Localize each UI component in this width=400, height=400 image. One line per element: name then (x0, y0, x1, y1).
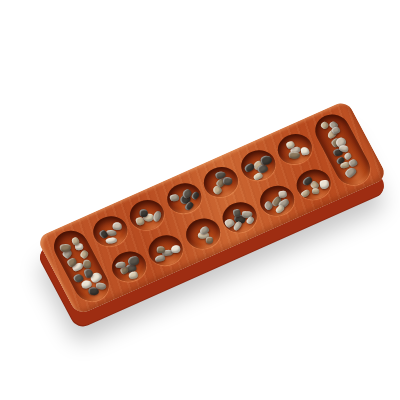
pit-top-3[interactable] (162, 178, 207, 218)
stone (191, 190, 201, 200)
mancala-board (36, 100, 388, 316)
pit-top-4[interactable] (199, 162, 244, 202)
stone (79, 249, 89, 259)
stone (171, 245, 181, 253)
stone (260, 155, 273, 166)
pit-bottom-1[interactable] (106, 246, 151, 286)
pit-top-1[interactable] (88, 211, 133, 251)
stone (151, 210, 163, 223)
stone (140, 209, 148, 217)
stone (289, 152, 300, 160)
stone (169, 193, 180, 202)
pit-top-2[interactable] (125, 195, 170, 235)
pit-bottom-3[interactable] (180, 214, 225, 254)
stone (105, 236, 117, 244)
stone (112, 222, 121, 230)
pit-bottom-4[interactable] (217, 197, 262, 237)
pit-bottom-6[interactable] (291, 164, 336, 204)
stone (319, 179, 330, 189)
stone (300, 146, 309, 155)
stone (300, 188, 311, 198)
stone (82, 259, 90, 268)
pit-bottom-2[interactable] (143, 230, 188, 270)
pit-top-6[interactable] (273, 129, 318, 169)
stone (223, 177, 233, 185)
stone (206, 236, 214, 243)
pit-bottom-5[interactable] (254, 181, 299, 221)
stone (157, 246, 166, 253)
stone (60, 244, 72, 252)
stone (83, 268, 93, 278)
stone (232, 209, 241, 218)
product-photo-background (0, 0, 400, 400)
stone (128, 272, 138, 280)
stone (312, 188, 320, 195)
stone (246, 215, 256, 225)
stone (278, 190, 288, 198)
board-top-face (36, 100, 388, 316)
stone (88, 287, 98, 295)
stone (339, 144, 349, 151)
pit-top-5[interactable] (236, 145, 281, 185)
stone (155, 255, 166, 263)
stone (319, 121, 329, 130)
stone (127, 255, 140, 266)
stone (252, 172, 263, 182)
